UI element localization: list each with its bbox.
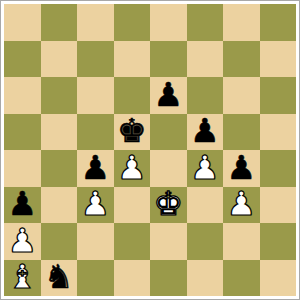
chess-board-frame: ♟♚♟♟♟♟♟♟♟♚♟♟♝♞	[0, 0, 300, 300]
square-d2[interactable]	[114, 223, 151, 260]
square-g1[interactable]	[223, 260, 260, 297]
square-h1[interactable]	[260, 260, 297, 297]
square-b2[interactable]	[41, 223, 78, 260]
square-d3[interactable]	[114, 187, 151, 224]
square-d1[interactable]	[114, 260, 151, 297]
square-a5[interactable]	[4, 114, 41, 151]
square-e4[interactable]	[150, 150, 187, 187]
square-h2[interactable]	[260, 223, 297, 260]
square-b8[interactable]	[41, 4, 78, 41]
square-f1[interactable]	[187, 260, 224, 297]
square-b6[interactable]	[41, 77, 78, 114]
square-f4[interactable]: ♟	[187, 150, 224, 187]
square-g4[interactable]: ♟	[223, 150, 260, 187]
black-pawn-g4[interactable]: ♟	[226, 151, 256, 184]
square-a3[interactable]: ♟	[4, 187, 41, 224]
square-h8[interactable]	[260, 4, 297, 41]
square-h6[interactable]	[260, 77, 297, 114]
square-a7[interactable]	[4, 41, 41, 78]
square-h4[interactable]	[260, 150, 297, 187]
square-f3[interactable]	[187, 187, 224, 224]
black-knight-b1[interactable]: ♞	[44, 260, 74, 293]
square-f5[interactable]: ♟	[187, 114, 224, 151]
square-a2[interactable]: ♟	[4, 223, 41, 260]
square-d4[interactable]: ♟	[114, 150, 151, 187]
square-e3[interactable]: ♚	[150, 187, 187, 224]
square-a8[interactable]	[4, 4, 41, 41]
square-e7[interactable]	[150, 41, 187, 78]
square-c6[interactable]	[77, 77, 114, 114]
square-c3[interactable]: ♟	[77, 187, 114, 224]
square-f6[interactable]	[187, 77, 224, 114]
square-c2[interactable]	[77, 223, 114, 260]
square-b1[interactable]: ♞	[41, 260, 78, 297]
square-c1[interactable]	[77, 260, 114, 297]
square-b3[interactable]	[41, 187, 78, 224]
white-pawn-a2[interactable]: ♟	[7, 224, 37, 257]
white-bishop-a1[interactable]: ♝	[7, 260, 37, 293]
square-d8[interactable]	[114, 4, 151, 41]
square-g2[interactable]	[223, 223, 260, 260]
white-king-e3[interactable]: ♚	[153, 187, 183, 220]
square-b7[interactable]	[41, 41, 78, 78]
square-e8[interactable]	[150, 4, 187, 41]
white-pawn-f4[interactable]: ♟	[190, 151, 220, 184]
square-c5[interactable]	[77, 114, 114, 151]
square-h5[interactable]	[260, 114, 297, 151]
square-e2[interactable]	[150, 223, 187, 260]
white-pawn-g3[interactable]: ♟	[226, 187, 256, 220]
square-a6[interactable]	[4, 77, 41, 114]
square-h7[interactable]	[260, 41, 297, 78]
square-b5[interactable]	[41, 114, 78, 151]
square-g7[interactable]	[223, 41, 260, 78]
black-pawn-f5[interactable]: ♟	[190, 114, 220, 147]
black-pawn-c4[interactable]: ♟	[80, 151, 110, 184]
square-a4[interactable]	[4, 150, 41, 187]
square-d5[interactable]: ♚	[114, 114, 151, 151]
white-pawn-c3[interactable]: ♟	[80, 187, 110, 220]
square-b4[interactable]	[41, 150, 78, 187]
square-e5[interactable]	[150, 114, 187, 151]
square-c8[interactable]	[77, 4, 114, 41]
square-g5[interactable]	[223, 114, 260, 151]
square-e6[interactable]: ♟	[150, 77, 187, 114]
square-f2[interactable]	[187, 223, 224, 260]
square-a1[interactable]: ♝	[4, 260, 41, 297]
square-e1[interactable]	[150, 260, 187, 297]
black-king-d5[interactable]: ♚	[117, 114, 147, 147]
white-pawn-d4[interactable]: ♟	[117, 151, 147, 184]
square-g3[interactable]: ♟	[223, 187, 260, 224]
square-f7[interactable]	[187, 41, 224, 78]
square-c4[interactable]: ♟	[77, 150, 114, 187]
square-f8[interactable]	[187, 4, 224, 41]
square-d7[interactable]	[114, 41, 151, 78]
square-g6[interactable]	[223, 77, 260, 114]
black-pawn-e6[interactable]: ♟	[153, 78, 183, 111]
square-h3[interactable]	[260, 187, 297, 224]
square-d6[interactable]	[114, 77, 151, 114]
square-c7[interactable]	[77, 41, 114, 78]
chess-board: ♟♚♟♟♟♟♟♟♟♚♟♟♝♞	[4, 4, 296, 296]
black-pawn-a3[interactable]: ♟	[7, 187, 37, 220]
square-g8[interactable]	[223, 4, 260, 41]
